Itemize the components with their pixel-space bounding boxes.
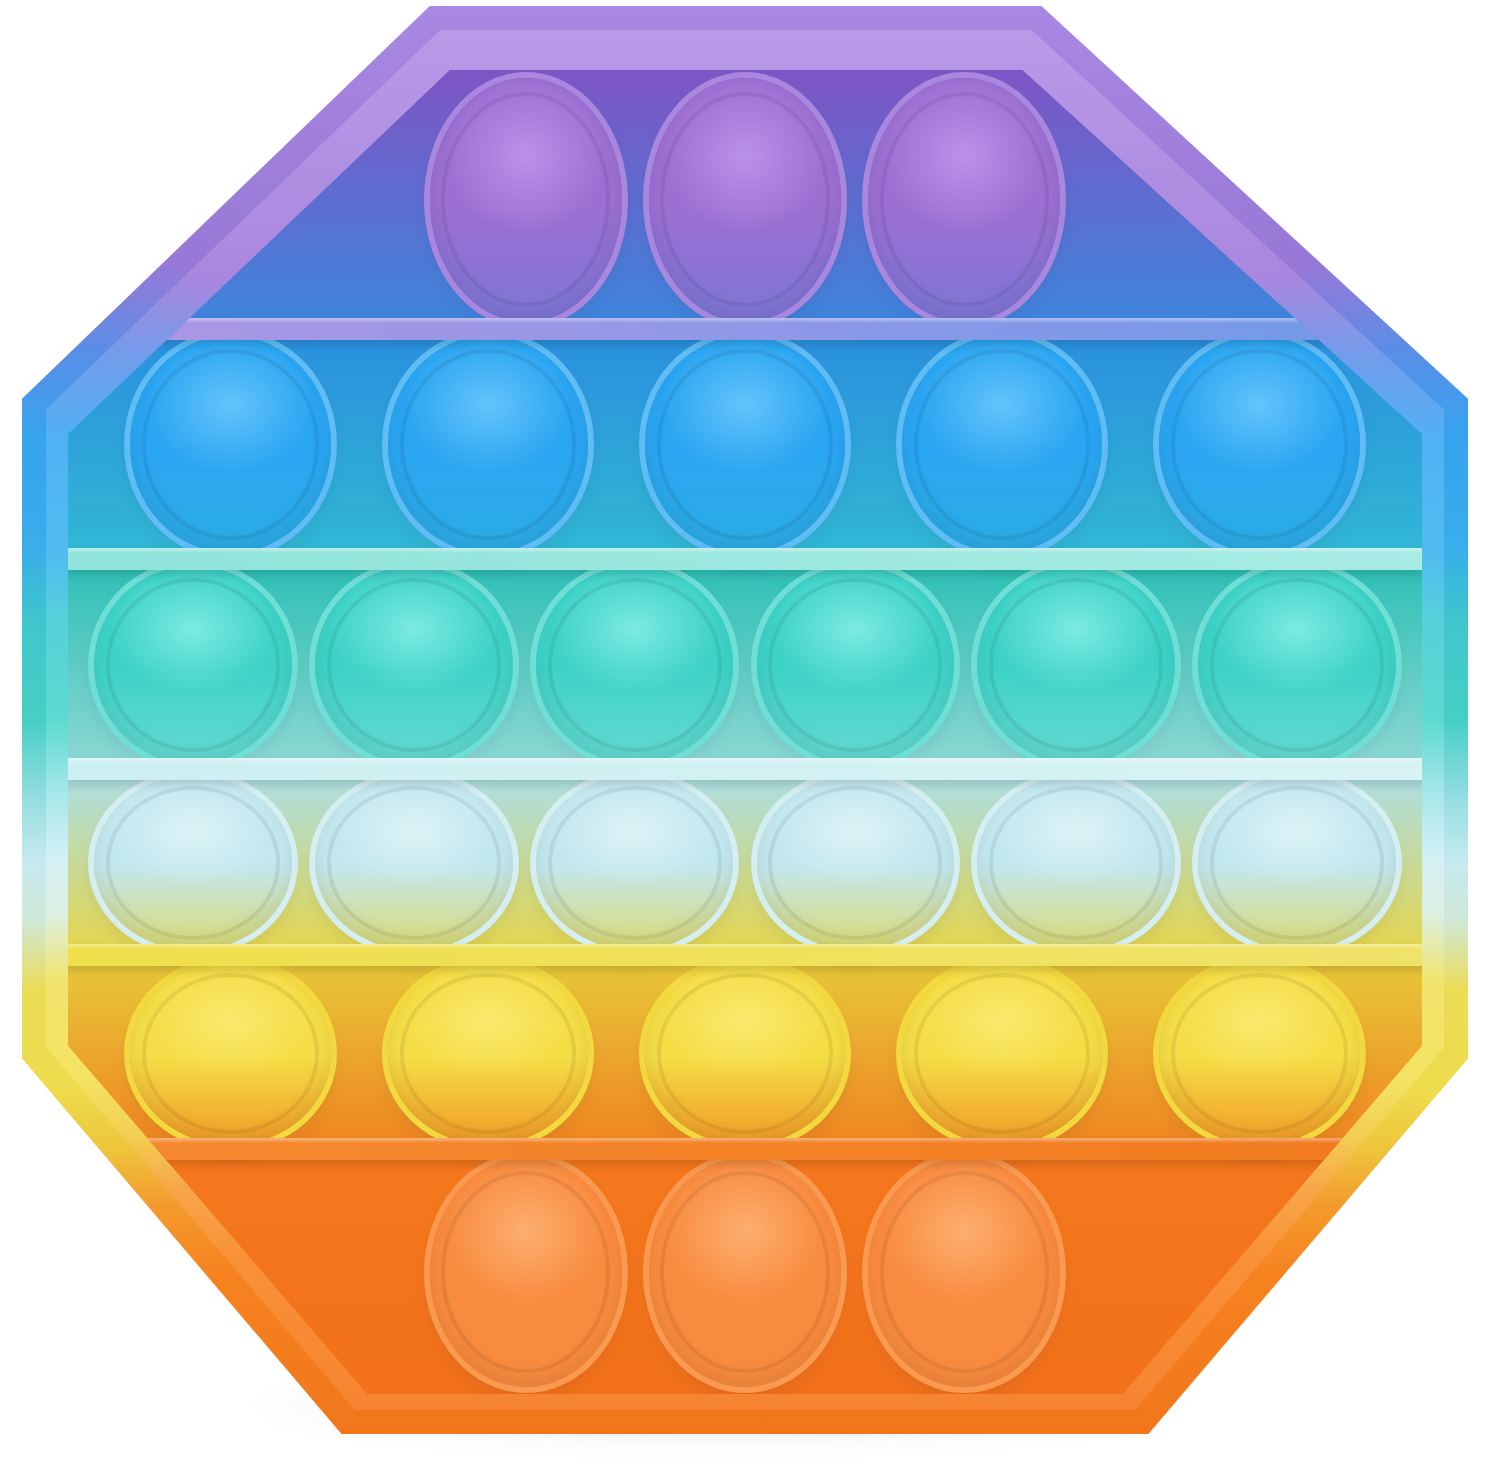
bubble-r6c3[interactable]: [868, 1158, 1060, 1387]
bubble-r3c1[interactable]: [94, 566, 292, 764]
bubble-r2c3[interactable]: [645, 336, 845, 553]
product-photo-scene: [0, 0, 1500, 1479]
bubble-r1c3[interactable]: [868, 78, 1060, 322]
bubble-r2c4[interactable]: [902, 336, 1102, 553]
ledge-below-row-5: [68, 1138, 1422, 1160]
pop-it-toy: [22, 6, 1468, 1434]
bubble-r4c2[interactable]: [315, 776, 513, 950]
bubble-r4c3[interactable]: [536, 776, 734, 950]
bubble-r5c5[interactable]: [1159, 962, 1359, 1145]
bubble-row-3-teal: [68, 560, 1422, 771]
bubble-r5c1[interactable]: [130, 962, 330, 1145]
bubble-r5c3[interactable]: [645, 962, 845, 1145]
bubble-r2c2[interactable]: [388, 336, 588, 553]
bubble-r6c2[interactable]: [649, 1158, 841, 1387]
bubble-r4c1[interactable]: [94, 776, 292, 950]
bubble-r2c5[interactable]: [1159, 336, 1359, 553]
ledge-below-row-2: [68, 548, 1422, 570]
bubble-r1c1[interactable]: [430, 78, 622, 322]
bubble-r3c3[interactable]: [536, 566, 734, 764]
bubble-tray: [68, 70, 1422, 1394]
bubble-r3c4[interactable]: [757, 566, 955, 764]
bubble-r3c2[interactable]: [315, 566, 513, 764]
ledge-below-row-1: [68, 318, 1422, 340]
bubble-r3c6[interactable]: [1198, 566, 1396, 764]
ledge-below-row-3: [68, 758, 1422, 780]
bubble-r4c6[interactable]: [1198, 776, 1396, 950]
bubble-r6c1[interactable]: [430, 1158, 622, 1387]
bubble-r2c1[interactable]: [130, 336, 330, 553]
bubble-row-4-pale-blue: [68, 770, 1422, 955]
bubble-row-2-blue: [68, 330, 1422, 560]
bubble-r1c2[interactable]: [649, 78, 841, 322]
bubble-r4c5[interactable]: [977, 776, 1175, 950]
bubble-r4c4[interactable]: [757, 776, 955, 950]
bubble-r5c2[interactable]: [388, 962, 588, 1145]
ledge-below-row-4: [68, 944, 1422, 966]
bubble-row-5-yellow: [68, 956, 1422, 1151]
bubble-r3c5[interactable]: [977, 566, 1175, 764]
bubble-row-6-orange: [68, 1150, 1422, 1394]
bubble-r5c4[interactable]: [902, 962, 1102, 1145]
